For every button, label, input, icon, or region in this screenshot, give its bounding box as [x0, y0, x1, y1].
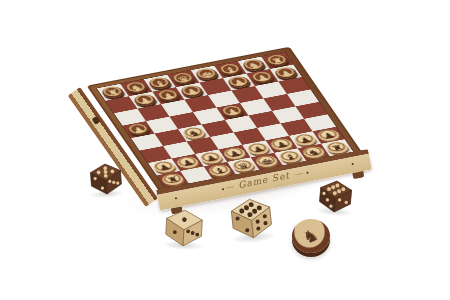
product-photo: ♜♞♝♛♚♝♞♜♟♟♟♟♟♟♟♟♞♟♟♟♟♟♟♟♟♜♝♛♚♝♞♜ Game Se…: [0, 0, 450, 300]
loose-piece-glyph: ♞: [300, 224, 322, 248]
light-die-center-right[interactable]: [229, 196, 274, 241]
dark-die-left[interactable]: [89, 162, 123, 196]
loose-piece-n[interactable]: ♞: [292, 219, 330, 253]
box-latch: [92, 115, 101, 124]
dark-die-right[interactable]: [318, 179, 354, 215]
light-die-center-left[interactable]: [164, 208, 204, 248]
screw-dot: [222, 188, 224, 190]
screw-dot: [351, 163, 353, 165]
